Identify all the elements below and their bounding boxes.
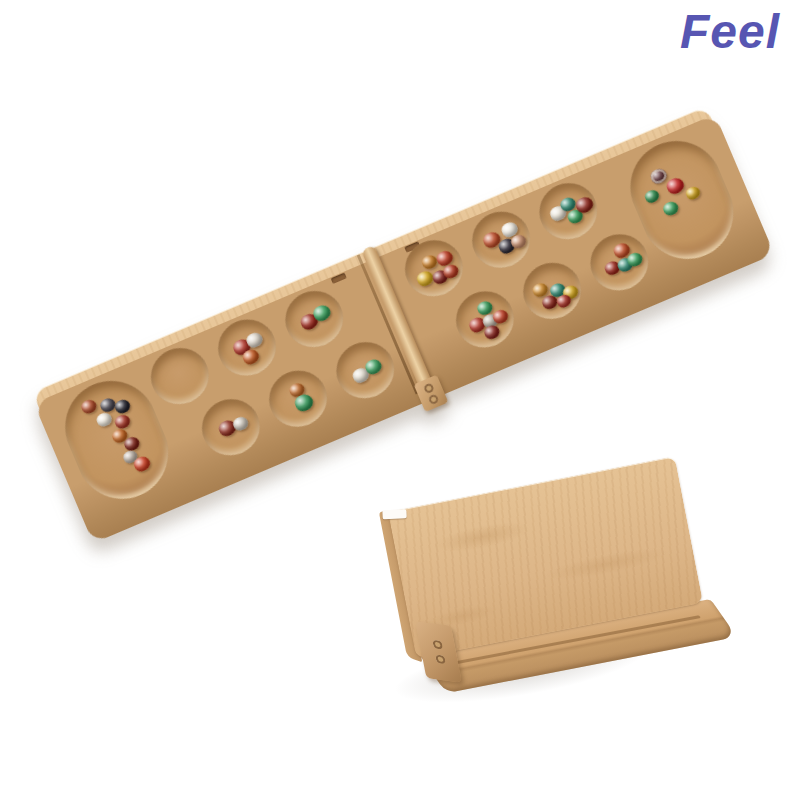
pit-top-6[interactable] [530, 174, 605, 248]
hinge-pin-icon [435, 654, 446, 664]
pit-bottom-3[interactable] [327, 333, 402, 407]
pit-top-4[interactable] [396, 231, 471, 305]
brand-watermark: Feel [680, 4, 780, 59]
gem-stone [661, 200, 680, 218]
hinge-pin-icon [427, 393, 439, 405]
pit-top-3[interactable] [276, 282, 351, 356]
hinge-pin-icon [423, 382, 435, 394]
gem-stone [113, 397, 132, 415]
pit-bottom-5[interactable] [514, 254, 589, 328]
mancala-closed-board [388, 456, 712, 704]
board-half-left [142, 272, 403, 475]
pit-top-5[interactable] [463, 203, 538, 277]
hinge-pin-icon [432, 640, 443, 650]
gem-stone [685, 185, 703, 202]
gem-stone [664, 175, 686, 195]
pit-top-1[interactable] [142, 339, 217, 413]
pit-bottom-6[interactable] [581, 225, 656, 299]
pit-top-2[interactable] [209, 311, 284, 385]
pit-bottom-2[interactable] [260, 362, 335, 436]
gem-stone [95, 410, 114, 428]
closed-board-notch [382, 509, 406, 519]
gem-stone [79, 397, 98, 415]
board-half-right [396, 164, 657, 367]
pit-bottom-4[interactable] [447, 283, 522, 357]
pit-bottom-1[interactable] [193, 390, 268, 464]
gem-stone [643, 188, 661, 205]
